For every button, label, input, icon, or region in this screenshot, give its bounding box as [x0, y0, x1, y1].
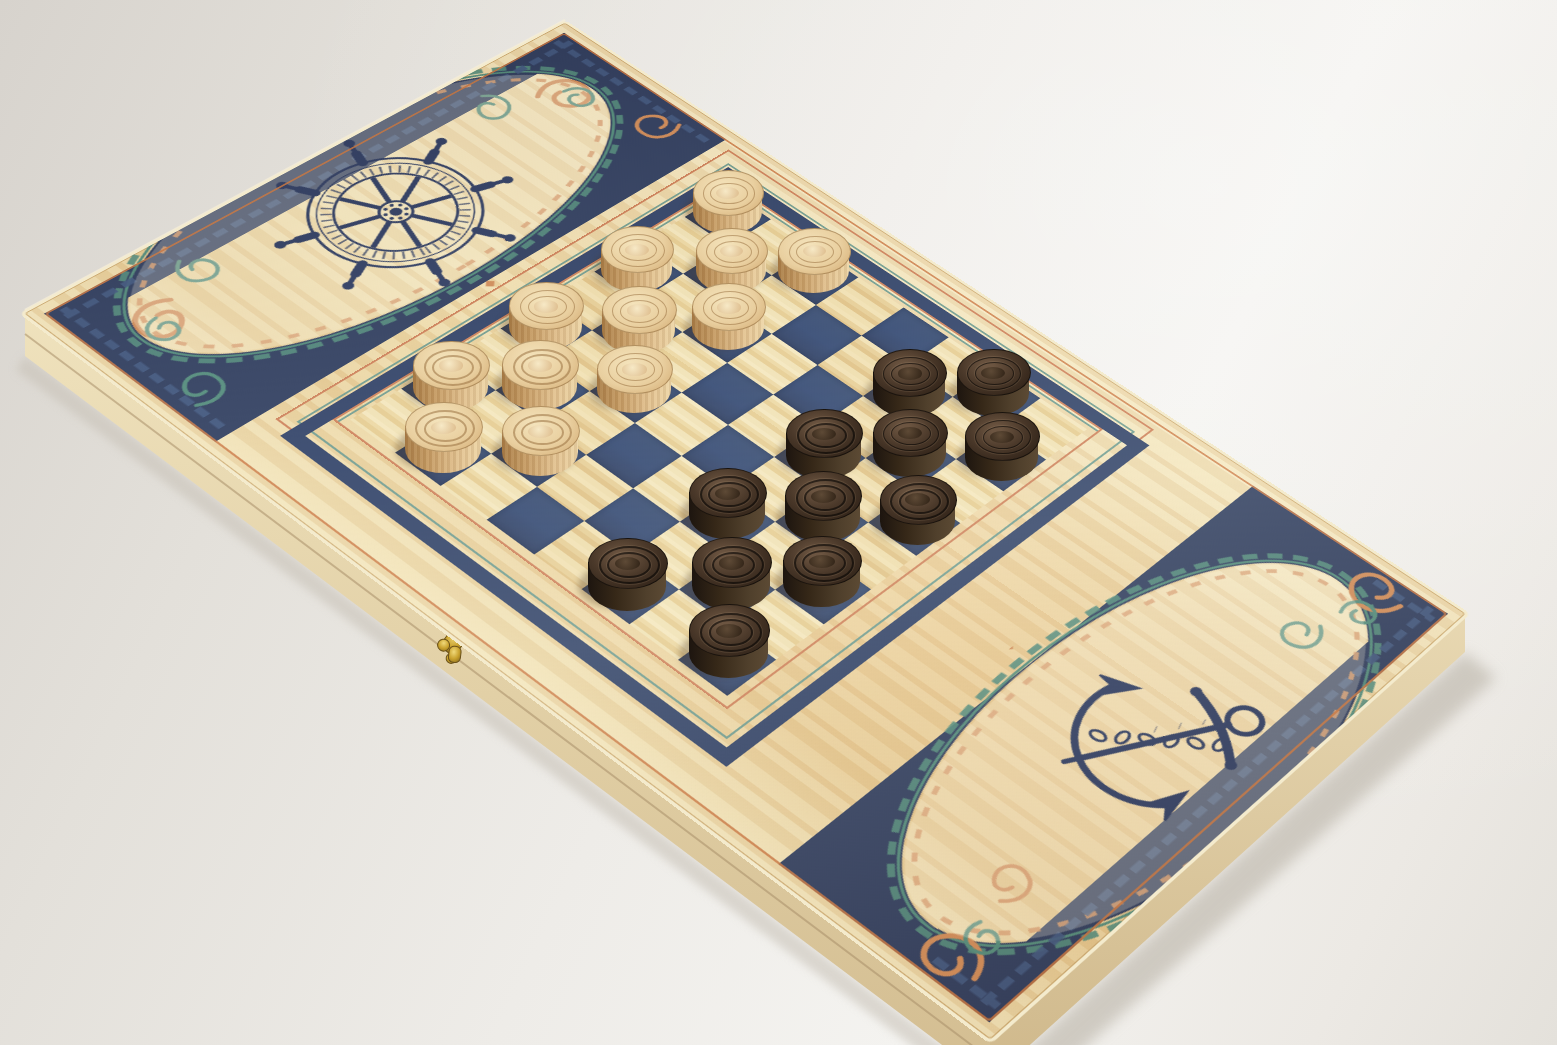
checker-piece-dark[interactable]: ⛂ — [689, 604, 768, 678]
checker-piece-light[interactable]: ⛀ — [601, 226, 672, 292]
checker-piece-dark[interactable]: ⛂ — [689, 468, 765, 539]
checker-piece-light[interactable]: ⛀ — [597, 345, 671, 414]
checker-piece-dark[interactable]: ⛂ — [957, 349, 1029, 416]
checker-piece-dark[interactable]: ⛂ — [786, 409, 860, 478]
checker-piece-dark[interactable]: ⛂ — [785, 471, 861, 542]
scene: Folding wooden checkers case with nautic… — [0, 0, 1557, 1045]
checker-piece-light[interactable]: ⛀ — [405, 402, 481, 473]
checker-piece-dark[interactable]: ⛂ — [965, 412, 1038, 480]
checker-piece-light[interactable]: ⛀ — [413, 341, 488, 411]
checker-piece-light[interactable]: ⛀ — [693, 170, 762, 235]
checker-piece-light[interactable]: ⛀ — [502, 406, 578, 477]
checker-piece-dark[interactable]: ⛂ — [588, 538, 666, 611]
checker-piece-dark[interactable]: ⛂ — [873, 349, 945, 417]
checker-piece-light[interactable]: ⛀ — [692, 283, 764, 350]
checker-piece-dark[interactable]: ⛂ — [873, 409, 947, 478]
checker-piece-dark[interactable]: ⛂ — [692, 537, 770, 609]
checker-piece-light[interactable]: ⛀ — [502, 340, 576, 409]
checker-piece-light[interactable]: ⛀ — [778, 228, 848, 294]
checker-piece-dark[interactable]: ⛂ — [880, 475, 955, 545]
checker-piece-dark[interactable]: ⛂ — [783, 536, 860, 608]
